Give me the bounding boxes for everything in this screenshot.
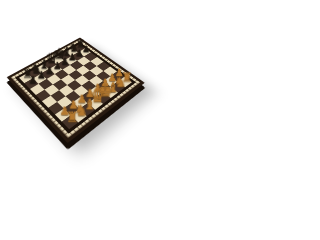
piece-white-r-a1: ♜ [66,110,79,124]
piece-black-p-a7: ♟ [29,75,38,85]
piece-black-p-b7: ♟ [37,70,46,80]
piece-black-p-e7: ♟ [61,57,69,66]
board-grid: ♜♞♝♛♚♝♞♜♟♟♟♟♟♟♟♟♟♟♟♟♟♟♟♟♜♞♝♛♚♝♞♜ [19,44,132,129]
piece-black-p-c7: ♟ [45,66,54,76]
board-frame: ♜♞♝♛♚♝♞♜♟♟♟♟♟♟♟♟♟♟♟♟♟♟♟♟♜♞♝♛♚♝♞♜ [7,37,145,143]
chess-set-photo: ♜♞♝♛♚♝♞♜♟♟♟♟♟♟♟♟♟♟♟♟♟♟♟♟♜♞♝♛♚♝♞♜ [0,0,150,150]
chess-board: ♜♞♝♛♚♝♞♜♟♟♟♟♟♟♟♟♟♟♟♟♟♟♟♟♜♞♝♛♚♝♞♜ [7,37,145,143]
piece-black-p-d7: ♟ [53,61,62,71]
